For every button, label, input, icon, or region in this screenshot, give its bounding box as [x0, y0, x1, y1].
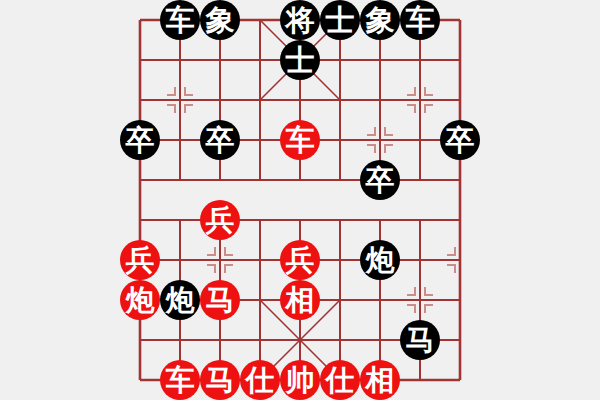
piece-black-elephant[interactable]: 象	[200, 0, 240, 40]
piece-black-soldier[interactable]: 卒	[120, 120, 160, 160]
piece-red-elephant[interactable]: 相	[280, 280, 320, 320]
piece-black-general[interactable]: 将	[280, 0, 320, 40]
piece-red-cannon[interactable]: 炮	[120, 280, 160, 320]
piece-red-advisor[interactable]: 仕	[320, 360, 360, 400]
piece-red-horse[interactable]: 马	[200, 360, 240, 400]
piece-red-general[interactable]: 帅	[280, 360, 320, 400]
piece-red-soldier[interactable]: 兵	[200, 200, 240, 240]
piece-red-elephant[interactable]: 相	[360, 360, 400, 400]
piece-red-horse[interactable]: 马	[200, 280, 240, 320]
xiangqi-board: 车象将士象车士卒卒车卒卒兵兵兵炮炮炮马相马车马仕帅仕相	[0, 0, 600, 400]
piece-black-horse[interactable]: 马	[400, 320, 440, 360]
piece-red-soldier[interactable]: 兵	[120, 240, 160, 280]
piece-black-soldier[interactable]: 卒	[440, 120, 480, 160]
piece-black-advisor[interactable]: 士	[280, 40, 320, 80]
piece-black-soldier[interactable]: 卒	[200, 120, 240, 160]
piece-red-chariot[interactable]: 车	[160, 360, 200, 400]
piece-black-soldier[interactable]: 卒	[360, 160, 400, 200]
piece-red-advisor[interactable]: 仕	[240, 360, 280, 400]
piece-black-chariot[interactable]: 车	[160, 0, 200, 40]
piece-black-elephant[interactable]: 象	[360, 0, 400, 40]
piece-black-advisor[interactable]: 士	[320, 0, 360, 40]
piece-red-chariot[interactable]: 车	[280, 120, 320, 160]
pieces-layer: 车象将士象车士卒卒车卒卒兵兵兵炮炮炮马相马车马仕帅仕相	[120, 0, 480, 400]
piece-red-soldier[interactable]: 兵	[280, 240, 320, 280]
piece-black-chariot[interactable]: 车	[400, 0, 440, 40]
piece-black-cannon[interactable]: 炮	[160, 280, 200, 320]
piece-black-cannon[interactable]: 炮	[360, 240, 400, 280]
